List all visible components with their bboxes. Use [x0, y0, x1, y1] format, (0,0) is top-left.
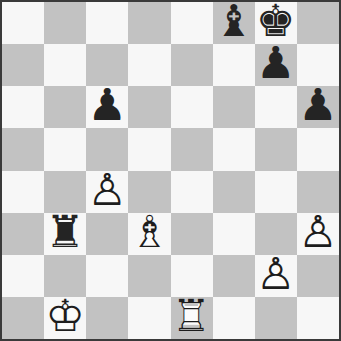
square-h6[interactable]: ♟ [297, 86, 339, 128]
square-c8[interactable] [86, 2, 128, 44]
square-b1[interactable]: ♚♔ [44, 297, 86, 339]
square-a6[interactable] [2, 86, 44, 128]
square-h2[interactable] [297, 255, 339, 297]
square-c4[interactable]: ♟♙ [86, 171, 128, 213]
square-g6[interactable] [255, 86, 297, 128]
chess-diagram: ♝♚♟♟♟♟♙♜♝♗♟♙♟♙♚♔♜♖ [0, 0, 341, 341]
square-e5[interactable] [171, 128, 213, 170]
square-h5[interactable] [297, 128, 339, 170]
square-c1[interactable] [86, 297, 128, 339]
square-g4[interactable] [255, 171, 297, 213]
square-a5[interactable] [2, 128, 44, 170]
square-b3[interactable]: ♜ [44, 213, 86, 255]
square-h8[interactable] [297, 2, 339, 44]
piece-outline: ♙ [256, 252, 295, 296]
square-b7[interactable] [44, 44, 86, 86]
square-a7[interactable] [2, 44, 44, 86]
piece-outline: ♙ [88, 168, 127, 212]
square-e8[interactable] [171, 2, 213, 44]
square-a4[interactable] [2, 171, 44, 213]
square-c6[interactable]: ♟ [86, 86, 128, 128]
piece-outline: ♗ [130, 210, 169, 254]
square-f8[interactable]: ♝ [213, 2, 255, 44]
square-e4[interactable] [171, 171, 213, 213]
square-f5[interactable] [213, 128, 255, 170]
square-d6[interactable] [128, 86, 170, 128]
square-f1[interactable] [213, 297, 255, 339]
square-d5[interactable] [128, 128, 170, 170]
square-d3[interactable]: ♝♗ [128, 213, 170, 255]
piece-glyph: ♜ [45, 210, 84, 254]
square-b8[interactable] [44, 2, 86, 44]
piece-outline: ♔ [45, 294, 84, 338]
square-e6[interactable] [171, 86, 213, 128]
square-e1[interactable]: ♜♖ [171, 297, 213, 339]
square-d1[interactable] [128, 297, 170, 339]
square-a8[interactable] [2, 2, 44, 44]
piece-glyph: ♟ [88, 84, 127, 128]
square-e7[interactable] [171, 44, 213, 86]
square-e3[interactable] [171, 213, 213, 255]
chess-board: ♝♚♟♟♟♟♙♜♝♗♟♙♟♙♚♔♜♖ [0, 0, 341, 341]
square-g7[interactable]: ♟ [255, 44, 297, 86]
square-f7[interactable] [213, 44, 255, 86]
piece-glyph: ♝ [214, 0, 253, 43]
square-f6[interactable] [213, 86, 255, 128]
square-d8[interactable] [128, 2, 170, 44]
square-h1[interactable] [297, 297, 339, 339]
square-b5[interactable] [44, 128, 86, 170]
square-a2[interactable] [2, 255, 44, 297]
square-g2[interactable]: ♟♙ [255, 255, 297, 297]
square-d2[interactable] [128, 255, 170, 297]
square-c3[interactable] [86, 213, 128, 255]
square-d7[interactable] [128, 44, 170, 86]
square-g5[interactable] [255, 128, 297, 170]
square-f3[interactable] [213, 213, 255, 255]
square-a1[interactable] [2, 297, 44, 339]
piece-outline: ♖ [172, 294, 211, 338]
square-g1[interactable] [255, 297, 297, 339]
square-b6[interactable] [44, 86, 86, 128]
square-f2[interactable] [213, 255, 255, 297]
square-f4[interactable] [213, 171, 255, 213]
square-h3[interactable]: ♟♙ [297, 213, 339, 255]
piece-glyph: ♟ [256, 41, 295, 85]
piece-outline: ♙ [298, 210, 337, 254]
square-a3[interactable] [2, 213, 44, 255]
square-c2[interactable] [86, 255, 128, 297]
piece-glyph: ♟ [298, 84, 337, 128]
